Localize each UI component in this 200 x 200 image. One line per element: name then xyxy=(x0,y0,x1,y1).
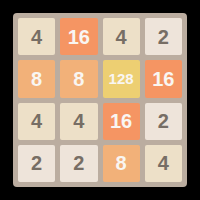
tile-8-r2c1: 8 xyxy=(18,60,55,97)
tile-16-r2c4: 16 xyxy=(145,60,182,97)
2048-board[interactable]: 416428812816441622284 xyxy=(13,13,187,187)
tile-128-r2c3: 128 xyxy=(103,60,140,97)
tile-2-r4c1: 2 xyxy=(18,145,55,182)
tile-4-r4c4: 4 xyxy=(145,145,182,182)
tile-8-r4c3: 8 xyxy=(103,145,140,182)
game-stage: 416428812816441622284 xyxy=(0,0,200,200)
tile-2-r3c4: 2 xyxy=(145,103,182,140)
tile-16-r3c3: 16 xyxy=(103,103,140,140)
tile-4-r3c2: 4 xyxy=(60,103,97,140)
tile-2-r4c2: 2 xyxy=(60,145,97,182)
tile-2-r1c4: 2 xyxy=(145,18,182,55)
tile-4-r1c3: 4 xyxy=(103,18,140,55)
tile-8-r2c2: 8 xyxy=(60,60,97,97)
tile-4-r1c1: 4 xyxy=(18,18,55,55)
tile-16-r1c2: 16 xyxy=(60,18,97,55)
tile-4-r3c1: 4 xyxy=(18,103,55,140)
